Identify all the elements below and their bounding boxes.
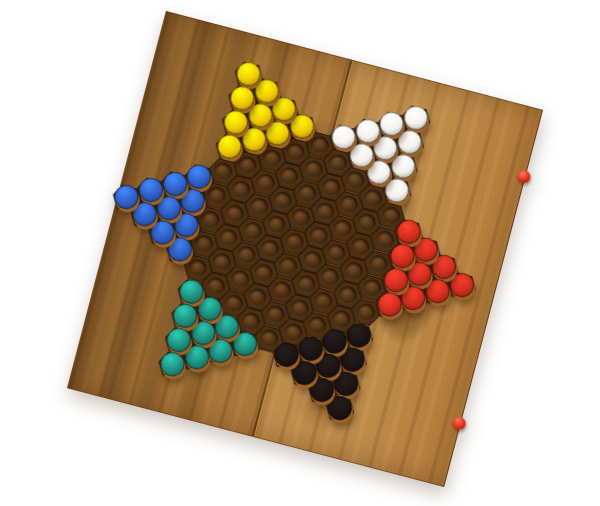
side-latch-peg-1[interactable] bbox=[516, 169, 532, 185]
game-board bbox=[67, 11, 543, 487]
side-latch-peg-2[interactable] bbox=[451, 415, 467, 431]
chinese-checkers-photo bbox=[0, 0, 600, 506]
